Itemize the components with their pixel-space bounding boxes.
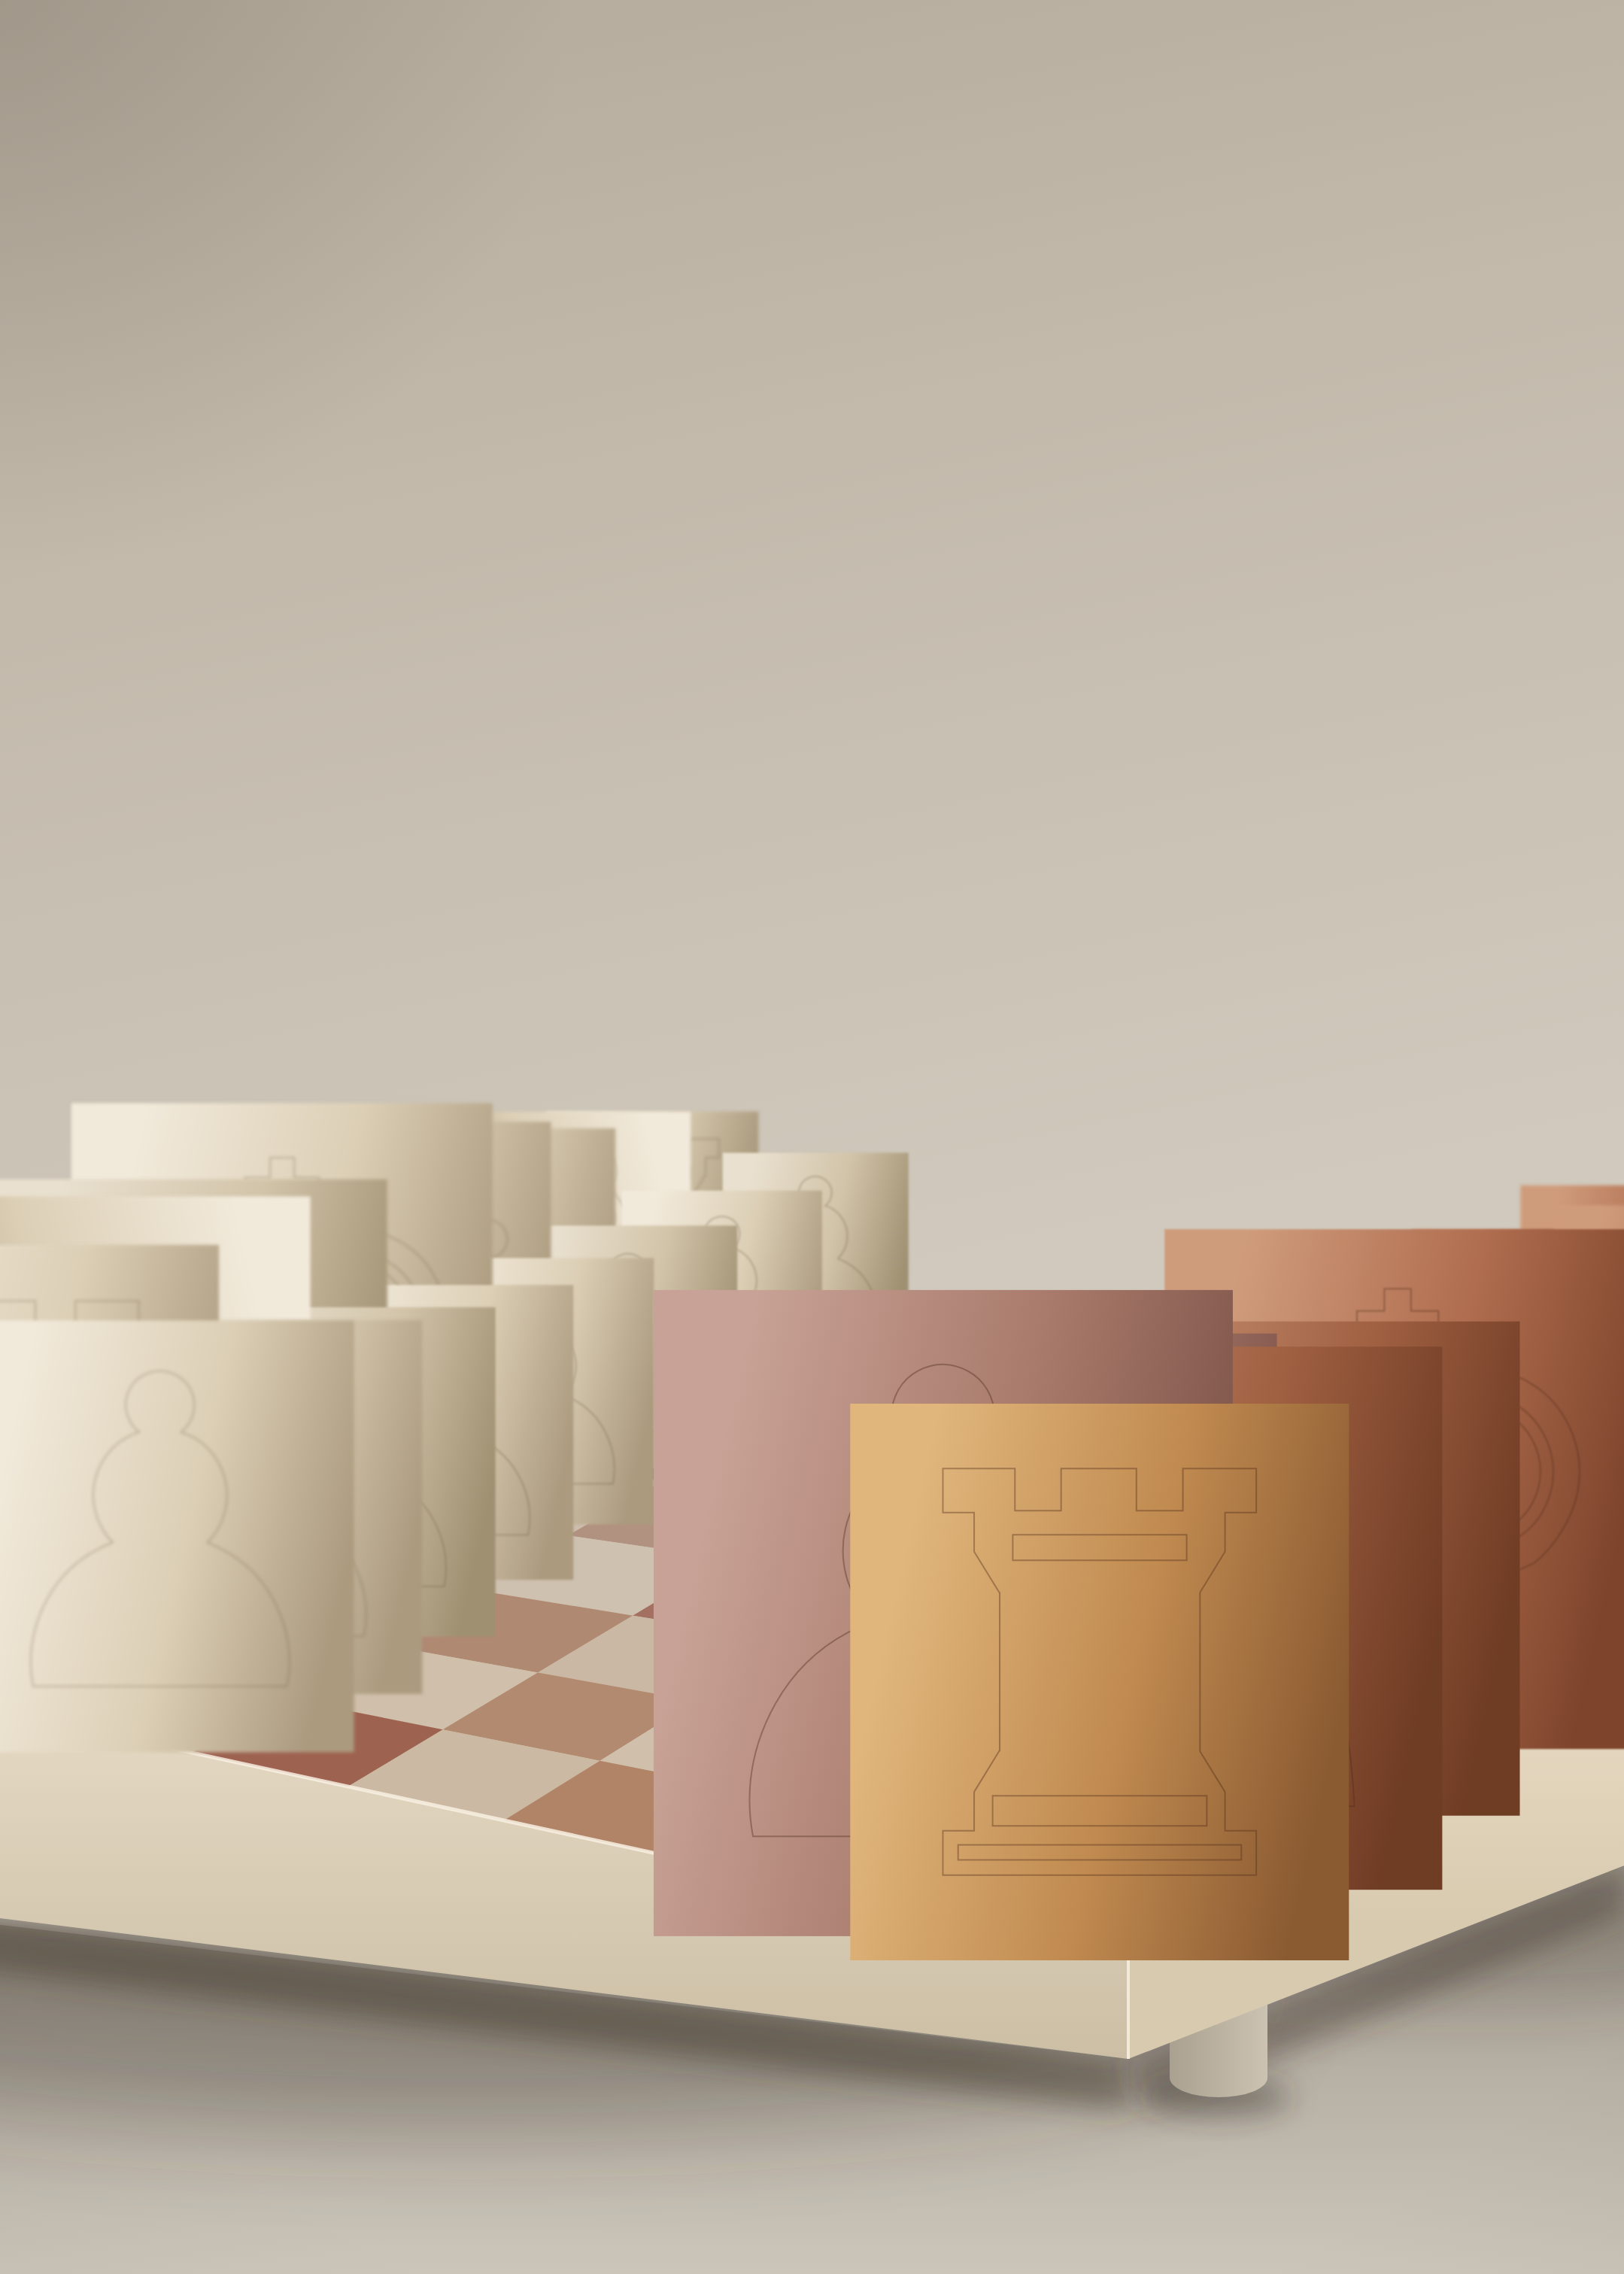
pieces-layer: ♜♟♞♟♟♜♝♟♟♛♞♟♚♟♟♝♝♟♟♞♛♟♟♜♚♟♟♝♟♞♟♜ (0, 0, 1624, 2274)
marble-chess-set-photo: ♜♟♞♟♟♜♝♟♟♛♞♟♚♟♟♝♝♟♟♞♛♟♟♜♚♟♟♝♟♞♟♜ (0, 0, 1624, 2274)
